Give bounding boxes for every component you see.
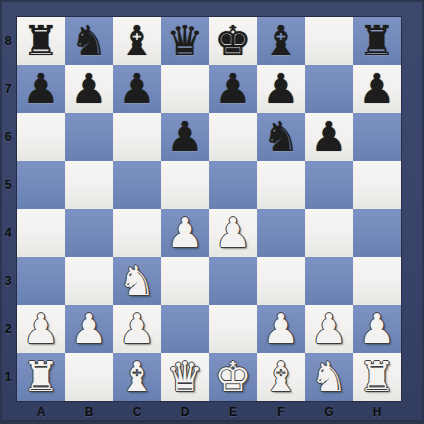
square-c8[interactable]: ♝ xyxy=(113,17,161,65)
piece-white-pawn[interactable]: ♟ xyxy=(167,209,204,257)
square-d5[interactable] xyxy=(161,161,209,209)
square-f1[interactable]: ♝ xyxy=(257,353,305,401)
rank-label-8: 8 xyxy=(0,17,16,65)
square-a1[interactable]: ♜ xyxy=(17,353,65,401)
square-e1[interactable]: ♚ xyxy=(209,353,257,401)
piece-black-bishop[interactable]: ♝ xyxy=(263,17,300,65)
rank-labels: 87654321 xyxy=(0,17,17,401)
piece-white-rook[interactable]: ♜ xyxy=(23,353,60,401)
square-b5[interactable] xyxy=(65,161,113,209)
square-h2[interactable]: ♟ xyxy=(353,305,401,353)
square-b8[interactable]: ♞ xyxy=(65,17,113,65)
square-h6[interactable] xyxy=(353,113,401,161)
square-g7[interactable] xyxy=(305,65,353,113)
board-frame: 87654321 ♜♞♝♛♚♝♜♟♟♟♟♟♟♟♞♟♟♟♞♟♟♟♟♟♟♜♝♛♚♝♞… xyxy=(0,0,424,424)
piece-black-knight[interactable]: ♞ xyxy=(71,17,108,65)
square-f5[interactable] xyxy=(257,161,305,209)
piece-white-queen[interactable]: ♛ xyxy=(167,353,204,401)
square-e7[interactable]: ♟ xyxy=(209,65,257,113)
square-c3[interactable]: ♞ xyxy=(113,257,161,305)
square-g8[interactable] xyxy=(305,17,353,65)
square-g2[interactable]: ♟ xyxy=(305,305,353,353)
square-g6[interactable]: ♟ xyxy=(305,113,353,161)
square-e6[interactable] xyxy=(209,113,257,161)
square-a6[interactable] xyxy=(17,113,65,161)
square-c1[interactable]: ♝ xyxy=(113,353,161,401)
piece-black-queen[interactable]: ♛ xyxy=(167,17,204,65)
piece-black-rook[interactable]: ♜ xyxy=(359,17,396,65)
rank-label-5: 5 xyxy=(0,161,16,209)
square-e3[interactable] xyxy=(209,257,257,305)
square-d2[interactable] xyxy=(161,305,209,353)
piece-white-king[interactable]: ♚ xyxy=(215,353,252,401)
file-label-b: B xyxy=(65,401,113,422)
square-g3[interactable] xyxy=(305,257,353,305)
piece-white-pawn[interactable]: ♟ xyxy=(71,305,108,353)
piece-white-pawn[interactable]: ♟ xyxy=(263,305,300,353)
piece-black-pawn[interactable]: ♟ xyxy=(71,65,108,113)
square-g5[interactable] xyxy=(305,161,353,209)
square-c5[interactable] xyxy=(113,161,161,209)
file-label-f: F xyxy=(257,401,305,422)
file-label-h: H xyxy=(353,401,401,422)
piece-white-pawn[interactable]: ♟ xyxy=(119,305,156,353)
square-c2[interactable]: ♟ xyxy=(113,305,161,353)
square-h3[interactable] xyxy=(353,257,401,305)
square-e8[interactable]: ♚ xyxy=(209,17,257,65)
square-a5[interactable] xyxy=(17,161,65,209)
square-d1[interactable]: ♛ xyxy=(161,353,209,401)
piece-white-knight[interactable]: ♞ xyxy=(119,257,156,305)
rank-label-1: 1 xyxy=(0,353,16,401)
piece-white-knight[interactable]: ♞ xyxy=(311,353,348,401)
chess-board[interactable]: ♜♞♝♛♚♝♜♟♟♟♟♟♟♟♞♟♟♟♞♟♟♟♟♟♟♜♝♛♚♝♞♜ xyxy=(17,17,401,401)
piece-black-pawn[interactable]: ♟ xyxy=(23,65,60,113)
piece-white-pawn[interactable]: ♟ xyxy=(215,209,252,257)
square-a8[interactable]: ♜ xyxy=(17,17,65,65)
square-d8[interactable]: ♛ xyxy=(161,17,209,65)
file-label-e: E xyxy=(209,401,257,422)
piece-white-pawn[interactable]: ♟ xyxy=(23,305,60,353)
square-c7[interactable]: ♟ xyxy=(113,65,161,113)
piece-black-pawn[interactable]: ♟ xyxy=(119,65,156,113)
square-d6[interactable]: ♟ xyxy=(161,113,209,161)
square-e2[interactable] xyxy=(209,305,257,353)
square-a3[interactable] xyxy=(17,257,65,305)
square-h8[interactable]: ♜ xyxy=(353,17,401,65)
piece-white-bishop[interactable]: ♝ xyxy=(119,353,156,401)
square-b2[interactable]: ♟ xyxy=(65,305,113,353)
square-b7[interactable]: ♟ xyxy=(65,65,113,113)
square-h1[interactable]: ♜ xyxy=(353,353,401,401)
piece-black-knight[interactable]: ♞ xyxy=(263,113,300,161)
square-f4[interactable] xyxy=(257,209,305,257)
rank-label-6: 6 xyxy=(0,113,16,161)
square-b4[interactable] xyxy=(65,209,113,257)
piece-white-rook[interactable]: ♜ xyxy=(359,353,396,401)
square-c6[interactable] xyxy=(113,113,161,161)
square-b3[interactable] xyxy=(65,257,113,305)
square-g4[interactable] xyxy=(305,209,353,257)
piece-black-pawn[interactable]: ♟ xyxy=(359,65,396,113)
piece-black-pawn[interactable]: ♟ xyxy=(311,113,348,161)
piece-black-rook[interactable]: ♜ xyxy=(23,17,60,65)
file-label-c: C xyxy=(113,401,161,422)
file-label-d: D xyxy=(161,401,209,422)
rank-label-4: 4 xyxy=(0,209,16,257)
square-f7[interactable]: ♟ xyxy=(257,65,305,113)
square-e5[interactable] xyxy=(209,161,257,209)
square-g1[interactable]: ♞ xyxy=(305,353,353,401)
square-f8[interactable]: ♝ xyxy=(257,17,305,65)
square-a7[interactable]: ♟ xyxy=(17,65,65,113)
square-d3[interactable] xyxy=(161,257,209,305)
file-labels: ABCDEFGH xyxy=(17,401,401,424)
square-b1[interactable] xyxy=(65,353,113,401)
piece-black-pawn[interactable]: ♟ xyxy=(215,65,252,113)
square-f3[interactable] xyxy=(257,257,305,305)
square-e4[interactable]: ♟ xyxy=(209,209,257,257)
file-label-g: G xyxy=(305,401,353,422)
square-c4[interactable] xyxy=(113,209,161,257)
square-h4[interactable] xyxy=(353,209,401,257)
piece-white-bishop[interactable]: ♝ xyxy=(263,353,300,401)
rank-label-3: 3 xyxy=(0,257,16,305)
piece-white-pawn[interactable]: ♟ xyxy=(311,305,348,353)
piece-black-pawn[interactable]: ♟ xyxy=(167,113,204,161)
square-a2[interactable]: ♟ xyxy=(17,305,65,353)
square-d7[interactable] xyxy=(161,65,209,113)
square-f6[interactable]: ♞ xyxy=(257,113,305,161)
piece-white-pawn[interactable]: ♟ xyxy=(359,305,396,353)
square-h5[interactable] xyxy=(353,161,401,209)
square-f2[interactable]: ♟ xyxy=(257,305,305,353)
piece-black-king[interactable]: ♚ xyxy=(215,17,252,65)
rank-label-7: 7 xyxy=(0,65,16,113)
piece-black-bishop[interactable]: ♝ xyxy=(119,17,156,65)
rank-label-2: 2 xyxy=(0,305,16,353)
square-h7[interactable]: ♟ xyxy=(353,65,401,113)
square-d4[interactable]: ♟ xyxy=(161,209,209,257)
square-a4[interactable] xyxy=(17,209,65,257)
piece-black-pawn[interactable]: ♟ xyxy=(263,65,300,113)
file-label-a: A xyxy=(17,401,65,422)
square-b6[interactable] xyxy=(65,113,113,161)
